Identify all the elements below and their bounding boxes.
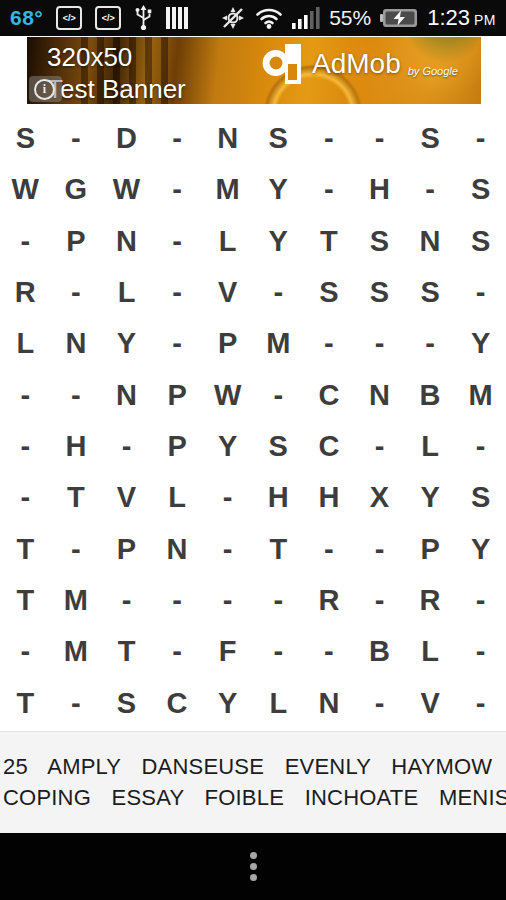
ad-info-badge[interactable]: i [29,76,62,102]
admob-logo: AdMob by Google [255,42,458,86]
grid-cell-r8c8[interactable]: X [354,472,405,523]
status-bar-right: 55% 1:23PM [220,5,496,31]
word-search-grid[interactable]: S-D-NS--S-WGW-MY-H-S-PN-LYTSNSR-L-V-SSS-… [0,113,506,729]
grid-cell-r8c6[interactable]: H [253,472,304,523]
wifi-icon [255,7,283,29]
grid-cell-r4c8[interactable]: S [354,267,405,318]
info-icon: i [34,79,55,100]
code-badge-icon-1: </> [56,6,82,30]
navigation-bar [0,833,506,900]
grid-cell-r2c5[interactable]: M [202,164,253,215]
grid-cell-r3c3[interactable]: N [101,216,152,267]
grid-cell-r2c2[interactable]: G [51,164,102,215]
admob-logo-icon [255,42,303,86]
grid-cell-r10c5[interactable]: - [202,575,253,626]
ad-size-label: 320x50 [47,41,186,73]
grid-cell-r6c6[interactable]: - [253,370,304,421]
grid-cell-r10c7[interactable]: R [304,575,355,626]
grid-cell-r10c1[interactable]: T [0,575,51,626]
admob-brand-text: AdMob [312,48,401,80]
grid-cell-r11c5[interactable]: F [202,626,253,677]
grid-cell-r3c4[interactable]: - [152,216,203,267]
grid-cell-r9c2[interactable]: - [51,524,102,575]
grid-cell-r11c1[interactable]: - [0,626,51,677]
grid-cell-r3c7[interactable]: T [304,216,355,267]
signal-icon [292,7,320,29]
grid-cell-r8c2[interactable]: T [51,472,102,523]
grid-cell-r5c1[interactable]: L [0,318,51,369]
grid-cell-r10c9[interactable]: R [405,575,456,626]
grid-cell-r12c6[interactable]: L [253,678,304,729]
grid-cell-r6c9[interactable]: B [405,370,456,421]
battery-charging-icon [380,8,418,28]
grid-cell-r5c2[interactable]: N [51,318,102,369]
grid-cell-r3c8[interactable]: S [354,216,405,267]
admob-byline: by Google [408,65,458,77]
grid-cell-r10c8[interactable]: - [354,575,405,626]
grid-cell-r3c2[interactable]: P [51,216,102,267]
grid-cell-r8c5[interactable]: - [202,472,253,523]
grid-cell-r12c10[interactable]: - [455,678,506,729]
grid-cell-r11c3[interactable]: T [101,626,152,677]
grid-cell-r9c6[interactable]: T [253,524,304,575]
grid-cell-r7c5[interactable]: Y [202,421,253,472]
grid-cell-r9c8[interactable]: - [354,524,405,575]
grid-cell-r10c6[interactable]: - [253,575,304,626]
word-list-bar[interactable]: 25 AMPLY DANSEUSE EVENLY HAYMOW LOA COPI… [0,731,506,833]
grid-cell-r5c10[interactable]: Y [455,318,506,369]
grid-cell-r8c1[interactable]: - [0,472,51,523]
grid-cell-r12c2[interactable]: - [51,678,102,729]
grid-cell-r11c9[interactable]: L [405,626,456,677]
grid-cell-r4c7[interactable]: S [304,267,355,318]
grid-cell-r2c1[interactable]: W [0,164,51,215]
grid-cell-r7c3[interactable]: - [101,421,152,472]
grid-cell-r6c3[interactable]: N [101,370,152,421]
ad-title: Test Banner [47,73,186,104]
grid-cell-r2c7[interactable]: - [304,164,355,215]
grid-cell-r12c9[interactable]: V [405,678,456,729]
grid-cell-r11c6[interactable]: - [253,626,304,677]
word-line-2: COPING ESSAY FOIBLE INCHOATE MENISCUS [0,785,506,811]
grid-cell-r1c4[interactable]: - [152,113,203,164]
grid-cell-r5c6[interactable]: M [253,318,304,369]
grid-cell-r8c3[interactable]: V [101,472,152,523]
grid-cell-r7c10[interactable]: - [455,421,506,472]
grid-cell-r3c1[interactable]: - [0,216,51,267]
admob-test-banner[interactable]: 320x50 Test Banner AdMob by Google i [27,37,481,104]
grid-cell-r9c1[interactable]: T [0,524,51,575]
grid-cell-r4c4[interactable]: - [152,267,203,318]
grid-cell-r7c2[interactable]: H [51,421,102,472]
status-bar[interactable]: 68° </> </> [0,0,506,36]
grid-cell-r5c5[interactable]: P [202,318,253,369]
battery-percent: 55% [329,6,371,30]
clock-time: 1:23 [427,5,470,31]
grid-cell-r4c10[interactable]: - [455,267,506,318]
grid-cell-r1c9[interactable]: S [405,113,456,164]
grid-cell-r7c1[interactable]: - [0,421,51,472]
grid-cell-r7c9[interactable]: L [405,421,456,472]
grid-cell-r4c1[interactable]: R [0,267,51,318]
grid-cell-r9c5[interactable]: - [202,524,253,575]
grid-cell-r6c7[interactable]: C [304,370,355,421]
grid-cell-r5c4[interactable]: - [152,318,203,369]
grid-cell-r12c8[interactable]: - [354,678,405,729]
grid-cell-r1c1[interactable]: S [0,113,51,164]
grid-cell-r2c8[interactable]: H [354,164,405,215]
grid-cell-r1c6[interactable]: S [253,113,304,164]
grid-cell-r6c10[interactable]: M [455,370,506,421]
grid-cell-r5c9[interactable]: - [405,318,456,369]
clock: 1:23PM [427,5,496,31]
grid-cell-r1c10[interactable]: - [455,113,506,164]
grid-cell-r2c3[interactable]: W [101,164,152,215]
grid-cell-r11c8[interactable]: B [354,626,405,677]
grid-cell-r12c7[interactable]: N [304,678,355,729]
grid-cell-r1c2[interactable]: - [51,113,102,164]
pages-icon [166,6,188,30]
grid-cell-r1c3[interactable]: D [101,113,152,164]
grid-cell-r4c2[interactable]: - [51,267,102,318]
grid-cell-r8c9[interactable]: Y [405,472,456,523]
grid-cell-r2c9[interactable]: - [405,164,456,215]
grid-cell-r1c5[interactable]: N [202,113,253,164]
grid-cell-r12c1[interactable]: T [0,678,51,729]
grid-cell-r7c4[interactable]: P [152,421,203,472]
ad-text: 320x50 Test Banner [47,41,186,104]
grid-cell-r8c4[interactable]: L [152,472,203,523]
menu-dot [250,852,257,859]
grid-cell-r4c6[interactable]: - [253,267,304,318]
grid-cell-r2c4[interactable]: - [152,164,203,215]
grid-cell-r9c3[interactable]: P [101,524,152,575]
clock-meridiem: PM [474,12,496,28]
grid-cell-r1c8[interactable]: - [354,113,405,164]
grid-cell-r11c2[interactable]: M [51,626,102,677]
grid-cell-r4c9[interactable]: S [405,267,456,318]
grid-cell-r12c5[interactable]: Y [202,678,253,729]
temperature-indicator: 68° [10,6,43,30]
grid-cell-r9c4[interactable]: N [152,524,203,575]
phone-screen: 68° </> </> [0,0,506,900]
grid-cell-r9c7[interactable]: - [304,524,355,575]
grid-cell-r10c4[interactable]: - [152,575,203,626]
grid-cell-r5c7[interactable]: - [304,318,355,369]
grid-cell-r12c4[interactable]: C [152,678,203,729]
grid-cell-r6c2[interactable]: - [51,370,102,421]
grid-cell-r1c7[interactable]: - [304,113,355,164]
grid-cell-r9c9[interactable]: P [405,524,456,575]
grid-cell-r3c10[interactable]: S [455,216,506,267]
grid-cell-r2c10[interactable]: S [455,164,506,215]
grid-cell-r7c8[interactable]: - [354,421,405,472]
grid-cell-r11c7[interactable]: - [304,626,355,677]
grid-cell-r3c9[interactable]: N [405,216,456,267]
grid-cell-r8c10[interactable]: S [455,472,506,523]
status-bar-left: 68° </> </> [10,5,188,31]
grid-cell-r8c7[interactable]: H [304,472,355,523]
menu-dot [250,874,257,881]
menu-icon[interactable] [242,844,265,889]
grid-cell-r5c8[interactable]: - [354,318,405,369]
alarm-off-icon [220,5,246,31]
grid-cell-r11c4[interactable]: - [152,626,203,677]
grid-cell-r5c3[interactable]: Y [101,318,152,369]
grid-cell-r11c10[interactable]: - [455,626,506,677]
word-line-1: 25 AMPLY DANSEUSE EVENLY HAYMOW LOA [0,754,506,780]
grid-cell-r6c4[interactable]: P [152,370,203,421]
grid-cell-r2c6[interactable]: Y [253,164,304,215]
grid-cell-r7c7[interactable]: C [304,421,355,472]
grid-cell-r4c5[interactable]: V [202,267,253,318]
grid-cell-r10c10[interactable]: - [455,575,506,626]
grid-cell-r6c8[interactable]: N [354,370,405,421]
grid-cell-r4c3[interactable]: L [101,267,152,318]
grid-cell-r7c6[interactable]: S [253,421,304,472]
usb-icon [134,5,153,31]
code-badge-icon-2: </> [95,6,121,30]
grid-cell-r12c3[interactable]: S [101,678,152,729]
grid-cell-r6c1[interactable]: - [0,370,51,421]
grid-cell-r10c2[interactable]: M [51,575,102,626]
grid-cell-r10c3[interactable]: - [101,575,152,626]
grid-cell-r3c5[interactable]: L [202,216,253,267]
grid-cell-r9c10[interactable]: Y [455,524,506,575]
grid-cell-r3c6[interactable]: Y [253,216,304,267]
menu-dot [250,863,257,870]
grid-cell-r6c5[interactable]: W [202,370,253,421]
